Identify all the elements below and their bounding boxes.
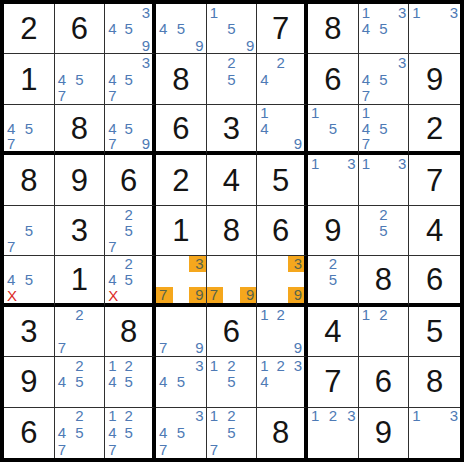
candidate-grid: 25	[308, 256, 358, 302]
cell-r7c6[interactable]: 129	[257, 307, 308, 357]
empty-candidate-slot	[240, 374, 257, 390]
empty-candidate-slot	[240, 424, 257, 441]
candidate-5[interactable]: 5	[173, 20, 190, 36]
candidate-7[interactable]: 7	[105, 441, 121, 458]
candidate-3[interactable]: 3	[189, 256, 206, 271]
empty-candidate-slot	[173, 357, 190, 373]
cell-r8c2[interactable]: 245	[55, 357, 106, 407]
candidate-1[interactable]: 1	[359, 307, 376, 323]
candidate-5[interactable]: 5	[121, 374, 137, 390]
candidate-7[interactable]: 7	[359, 136, 376, 151]
empty-candidate-slot	[105, 206, 121, 222]
solved-digit: 8	[20, 165, 37, 196]
candidate-1[interactable]: 1	[105, 357, 121, 373]
cell-r7c5[interactable]: 6	[207, 307, 258, 357]
candidate-7[interactable]: 7	[156, 287, 173, 302]
candidate-5[interactable]: 5	[121, 272, 137, 287]
candidate-1[interactable]: 1	[257, 307, 273, 323]
candidate-2[interactable]: 2	[325, 256, 342, 271]
empty-candidate-slot	[288, 374, 304, 390]
empty-candidate-slot	[156, 357, 173, 373]
candidate-4[interactable]: 4	[105, 374, 121, 390]
cell-r1c5[interactable]: 159	[207, 4, 258, 54]
empty-candidate-slot	[88, 323, 105, 339]
empty-candidate-slot	[308, 120, 325, 135]
candidate-4[interactable]: 4	[257, 71, 273, 87]
candidate-4[interactable]: 4	[105, 424, 121, 441]
candidate-1[interactable]: 1	[308, 155, 325, 171]
candidate-2[interactable]: 2	[223, 357, 240, 373]
cell-r1c9[interactable]: 13	[409, 4, 460, 54]
empty-candidate-slot	[426, 408, 443, 425]
empty-candidate-slot	[257, 87, 273, 103]
cell-r6c4[interactable]: 379	[156, 256, 207, 306]
empty-candidate-slot	[71, 390, 88, 406]
empty-candidate-slot	[223, 287, 240, 302]
candidate-9[interactable]: 9	[189, 287, 206, 302]
candidate-grid: 125	[207, 357, 257, 406]
candidate-3[interactable]: 3	[443, 408, 460, 425]
empty-candidate-slot	[136, 20, 152, 36]
cell-r1c2[interactable]: 6	[55, 4, 106, 54]
empty-candidate-slot	[4, 206, 21, 222]
candidate-7[interactable]: 7	[55, 441, 72, 458]
cell-r2c8[interactable]: 3457	[359, 54, 410, 104]
candidate-grid: 4579	[105, 105, 152, 151]
candidate-1[interactable]: 1	[359, 105, 376, 120]
cell-r9c5[interactable]: 1257	[207, 408, 258, 458]
empty-candidate-slot	[136, 256, 152, 271]
candidate-5[interactable]: 5	[173, 424, 190, 441]
candidate-7[interactable]: 7	[55, 340, 72, 356]
empty-candidate-slot	[207, 256, 224, 271]
cell-r8c6[interactable]: 1234	[257, 357, 308, 407]
candidate-5[interactable]: 5	[223, 71, 240, 87]
empty-candidate-slot	[207, 87, 224, 103]
cell-r7c3[interactable]: 8	[105, 307, 156, 357]
empty-candidate-slot	[207, 71, 224, 87]
candidate-4[interactable]: 4	[257, 120, 273, 135]
candidate-1[interactable]: 1	[257, 357, 273, 373]
cell-r4c7[interactable]: 13	[308, 155, 359, 205]
candidate-2[interactable]: 2	[223, 54, 240, 70]
candidate-7[interactable]: 7	[359, 87, 376, 103]
cell-r1c8[interactable]: 1345	[359, 4, 410, 54]
candidate-1[interactable]: 1	[308, 105, 325, 120]
empty-candidate-slot	[240, 357, 257, 373]
empty-candidate-slot	[136, 357, 152, 373]
cell-r6c2[interactable]: 1	[55, 256, 106, 306]
candidate-9[interactable]: 9	[136, 37, 152, 53]
candidate-2[interactable]: 2	[71, 307, 88, 323]
candidate-2[interactable]: 2	[71, 357, 88, 373]
candidate-3[interactable]: 3	[392, 155, 409, 171]
elimination-x-mark: X	[105, 287, 121, 302]
cell-r7c8[interactable]: 12	[359, 307, 410, 357]
cell-r8c7[interactable]: 7	[308, 357, 359, 407]
cell-r9c2[interactable]: 2457	[55, 408, 106, 458]
empty-candidate-slot	[173, 408, 190, 425]
cell-r7c9[interactable]: 5	[409, 307, 460, 357]
empty-candidate-slot	[273, 136, 289, 151]
cell-r1c3[interactable]: 3459	[105, 4, 156, 54]
cell-r9c4[interactable]: 3457	[156, 408, 207, 458]
candidate-2[interactable]: 2	[71, 408, 88, 425]
solved-digit: 3	[20, 316, 37, 347]
cell-r9c8[interactable]: 9	[359, 408, 410, 458]
cell-r4c1[interactable]: 8	[4, 155, 55, 205]
cell-r2c4[interactable]: 8	[156, 54, 207, 104]
cell-r4c5[interactable]: 4	[207, 155, 258, 205]
empty-candidate-slot	[37, 239, 54, 255]
candidate-3[interactable]: 3	[136, 4, 152, 20]
cell-r4c9[interactable]: 7	[409, 155, 460, 205]
candidate-3[interactable]: 3	[288, 357, 304, 373]
cell-r5c2[interactable]: 3	[55, 206, 106, 256]
cell-r1c6[interactable]: 7	[257, 4, 308, 54]
candidate-2[interactable]: 2	[273, 54, 289, 70]
candidate-4[interactable]: 4	[156, 374, 173, 390]
candidate-5[interactable]: 5	[223, 374, 240, 390]
cell-r5c8[interactable]: 25	[359, 206, 410, 256]
candidate-1[interactable]: 1	[409, 408, 426, 425]
candidate-grid: 159	[207, 4, 257, 53]
cell-r5c1[interactable]: 57	[4, 206, 55, 256]
cell-r1c4[interactable]: 459	[156, 4, 207, 54]
solved-digit: 1	[172, 215, 189, 246]
cell-r4c6[interactable]: 5	[257, 155, 308, 205]
candidate-5[interactable]: 5	[71, 71, 88, 87]
cell-r5c6[interactable]: 6	[257, 206, 308, 256]
candidate-7[interactable]: 7	[156, 340, 173, 356]
cell-r3c7[interactable]: 15	[308, 105, 359, 155]
empty-candidate-slot	[359, 54, 376, 70]
empty-candidate-slot	[37, 206, 54, 222]
candidate-4[interactable]: 4	[55, 374, 72, 390]
candidate-5[interactable]: 5	[121, 424, 137, 441]
empty-candidate-slot	[136, 408, 152, 425]
candidate-grid: 13	[409, 4, 460, 53]
empty-candidate-slot	[426, 37, 443, 53]
candidate-1[interactable]: 1	[359, 4, 376, 20]
solved-digit: 6	[426, 264, 443, 295]
candidate-7[interactable]: 7	[4, 136, 21, 151]
candidate-1[interactable]: 1	[207, 357, 224, 373]
candidate-5[interactable]: 5	[121, 120, 137, 135]
empty-candidate-slot	[392, 323, 409, 339]
candidate-3[interactable]: 3	[341, 408, 358, 425]
cell-r2c6[interactable]: 24	[257, 54, 308, 104]
cell-r4c3[interactable]: 6	[105, 155, 156, 205]
empty-candidate-slot	[37, 120, 54, 135]
candidate-4[interactable]: 4	[55, 424, 72, 441]
candidate-2[interactable]: 2	[325, 408, 342, 425]
empty-candidate-slot	[308, 136, 325, 151]
candidate-5[interactable]: 5	[121, 20, 137, 36]
empty-candidate-slot	[173, 340, 190, 356]
candidate-7[interactable]: 7	[156, 441, 173, 458]
empty-candidate-slot	[257, 54, 273, 70]
empty-candidate-slot	[4, 222, 21, 238]
solved-digit: 6	[71, 13, 88, 44]
candidate-1[interactable]: 1	[207, 408, 224, 425]
cell-r7c2[interactable]: 27	[55, 307, 106, 357]
candidate-4[interactable]: 4	[4, 272, 21, 287]
cell-r6c5[interactable]: 79	[207, 256, 258, 306]
empty-candidate-slot	[257, 323, 273, 339]
candidate-7[interactable]: 7	[55, 87, 72, 103]
empty-candidate-slot	[136, 441, 152, 458]
candidate-1[interactable]: 1	[409, 4, 426, 20]
cell-r6c7[interactable]: 25	[308, 256, 359, 306]
empty-candidate-slot	[4, 105, 21, 120]
candidate-3[interactable]: 3	[136, 54, 152, 70]
empty-candidate-slot	[207, 37, 224, 53]
empty-candidate-slot	[240, 20, 257, 36]
cell-r6c1[interactable]: 45X	[4, 256, 55, 306]
candidate-2[interactable]: 2	[375, 307, 392, 323]
cell-r6c6[interactable]: 39	[257, 256, 308, 306]
cell-r4c8[interactable]: 13	[359, 155, 410, 205]
cell-r2c3[interactable]: 3457	[105, 54, 156, 104]
candidate-1[interactable]: 1	[207, 4, 224, 20]
cell-r3c9[interactable]: 2	[409, 105, 460, 155]
empty-candidate-slot	[240, 87, 257, 103]
empty-candidate-slot	[136, 272, 152, 287]
cell-r4c4[interactable]: 2	[156, 155, 207, 205]
empty-candidate-slot	[409, 37, 426, 53]
candidate-5[interactable]: 5	[325, 272, 342, 287]
cell-r3c5[interactable]: 3	[207, 105, 258, 155]
empty-candidate-slot	[409, 20, 426, 36]
empty-candidate-slot	[341, 441, 358, 458]
candidate-2[interactable]: 2	[121, 206, 137, 222]
candidate-4[interactable]: 4	[105, 71, 121, 87]
sudoku-board: 2634594591597813451314573457825246345794…	[0, 0, 464, 462]
cell-r1c7[interactable]: 8	[308, 4, 359, 54]
empty-candidate-slot	[325, 287, 342, 302]
candidate-2[interactable]: 2	[121, 256, 137, 271]
candidate-3[interactable]: 3	[189, 408, 206, 425]
cell-r8c3[interactable]: 1245	[105, 357, 156, 407]
candidate-9[interactable]: 9	[288, 136, 304, 151]
candidate-5[interactable]: 5	[21, 272, 38, 287]
candidate-5[interactable]: 5	[173, 374, 190, 390]
candidate-4[interactable]: 4	[359, 71, 376, 87]
cell-r8c4[interactable]: 345	[156, 357, 207, 407]
cell-r2c5[interactable]: 25	[207, 54, 258, 104]
cell-r4c2[interactable]: 9	[55, 155, 106, 205]
candidate-1[interactable]: 1	[308, 408, 325, 425]
candidate-4[interactable]: 4	[105, 272, 121, 287]
candidate-5[interactable]: 5	[375, 71, 392, 87]
empty-candidate-slot	[136, 71, 152, 87]
empty-candidate-slot	[273, 374, 289, 390]
solved-digit: 8	[120, 316, 137, 347]
candidate-3[interactable]: 3	[341, 155, 358, 171]
candidate-5[interactable]: 5	[21, 120, 38, 135]
candidate-grid: 257	[105, 206, 152, 255]
empty-candidate-slot	[105, 222, 121, 238]
empty-candidate-slot	[392, 37, 409, 53]
cell-r3c1[interactable]: 457	[4, 105, 55, 155]
candidate-grid: 13	[359, 155, 409, 204]
candidate-9[interactable]: 9	[189, 37, 206, 53]
candidate-4[interactable]: 4	[257, 374, 273, 390]
cell-r5c9[interactable]: 4	[409, 206, 460, 256]
empty-candidate-slot	[105, 256, 121, 271]
cell-r9c7[interactable]: 123	[308, 408, 359, 458]
candidate-7[interactable]: 7	[105, 239, 121, 255]
candidate-2[interactable]: 2	[375, 206, 392, 222]
candidate-3[interactable]: 3	[189, 357, 206, 373]
cell-r9c3[interactable]: 12457	[105, 408, 156, 458]
empty-candidate-slot	[240, 272, 257, 287]
candidate-3[interactable]: 3	[288, 256, 304, 271]
empty-candidate-slot	[156, 37, 173, 53]
candidate-5[interactable]: 5	[375, 222, 392, 238]
candidate-4[interactable]: 4	[156, 424, 173, 441]
cell-r7c4[interactable]: 79	[156, 307, 207, 357]
cell-r5c7[interactable]: 9	[308, 206, 359, 256]
candidate-5[interactable]: 5	[223, 424, 240, 441]
empty-candidate-slot	[273, 105, 289, 120]
candidate-2[interactable]: 2	[273, 307, 289, 323]
empty-candidate-slot	[71, 340, 88, 356]
candidate-7[interactable]: 7	[105, 87, 121, 103]
cell-r2c9[interactable]: 9	[409, 54, 460, 104]
empty-candidate-slot	[156, 408, 173, 425]
candidate-4[interactable]: 4	[359, 20, 376, 36]
candidate-5[interactable]: 5	[375, 120, 392, 135]
cell-r8c8[interactable]: 6	[359, 357, 410, 407]
empty-candidate-slot	[392, 188, 409, 204]
empty-candidate-slot	[223, 87, 240, 103]
empty-candidate-slot	[21, 287, 38, 302]
empty-candidate-slot	[189, 272, 206, 287]
cell-r1c1[interactable]: 2	[4, 4, 55, 54]
candidate-7[interactable]: 7	[4, 239, 21, 255]
candidate-1[interactable]: 1	[105, 408, 121, 425]
cell-r5c4[interactable]: 1	[156, 206, 207, 256]
candidate-7[interactable]: 7	[207, 441, 224, 458]
candidate-7[interactable]: 7	[105, 136, 121, 151]
candidate-9[interactable]: 9	[288, 287, 304, 302]
candidate-2[interactable]: 2	[121, 357, 137, 373]
candidate-4[interactable]: 4	[105, 20, 121, 36]
elimination-x-mark: X	[4, 287, 21, 302]
candidate-3[interactable]: 3	[392, 54, 409, 70]
cell-r6c3[interactable]: 245X	[105, 256, 156, 306]
candidate-2[interactable]: 2	[223, 408, 240, 425]
candidate-5[interactable]: 5	[121, 222, 137, 238]
candidate-5[interactable]: 5	[121, 71, 137, 87]
empty-candidate-slot	[121, 239, 137, 255]
cell-r6c8[interactable]: 8	[359, 256, 410, 306]
empty-candidate-slot	[375, 239, 392, 255]
candidate-3[interactable]: 3	[443, 4, 460, 20]
candidate-4[interactable]: 4	[156, 20, 173, 36]
empty-candidate-slot	[392, 87, 409, 103]
candidate-4[interactable]: 4	[4, 120, 21, 135]
cell-r3c2[interactable]: 8	[55, 105, 106, 155]
empty-candidate-slot	[308, 424, 325, 441]
empty-candidate-slot	[426, 424, 443, 441]
cell-r2c2[interactable]: 457	[55, 54, 106, 104]
cell-r9c9[interactable]: 13	[409, 408, 460, 458]
empty-candidate-slot	[375, 172, 392, 188]
solved-digit: 1	[20, 64, 37, 95]
cell-r2c1[interactable]: 1	[4, 54, 55, 104]
candidate-grid: 1457	[359, 105, 409, 151]
candidate-9[interactable]: 9	[136, 136, 152, 151]
candidate-2[interactable]: 2	[121, 408, 137, 425]
cell-r8c1[interactable]: 9	[4, 357, 55, 407]
candidate-9[interactable]: 9	[189, 340, 206, 356]
candidate-9[interactable]: 9	[240, 287, 257, 302]
candidate-4[interactable]: 4	[55, 71, 72, 87]
cell-r8c5[interactable]: 125	[207, 357, 258, 407]
candidate-5[interactable]: 5	[325, 120, 342, 135]
candidate-2[interactable]: 2	[273, 357, 289, 373]
empty-candidate-slot	[426, 441, 443, 458]
cell-r3c8[interactable]: 1457	[359, 105, 410, 155]
cell-r6c9[interactable]: 6	[409, 256, 460, 306]
empty-candidate-slot	[55, 390, 72, 406]
candidate-9[interactable]: 9	[288, 340, 304, 356]
cell-r8c9[interactable]: 8	[409, 357, 460, 407]
candidate-grid: 25	[359, 206, 409, 255]
solved-digit: 8	[426, 366, 443, 397]
cell-r5c3[interactable]: 257	[105, 206, 156, 256]
cell-r3c6[interactable]: 149	[257, 105, 308, 155]
cell-r7c1[interactable]: 3	[4, 307, 55, 357]
candidate-7[interactable]: 7	[207, 287, 224, 302]
empty-candidate-slot	[375, 105, 392, 120]
empty-candidate-slot	[392, 206, 409, 222]
empty-candidate-slot	[273, 256, 289, 271]
cell-r3c3[interactable]: 4579	[105, 105, 156, 155]
cell-r9c1[interactable]: 6	[4, 408, 55, 458]
empty-candidate-slot	[375, 54, 392, 70]
empty-candidate-slot	[88, 340, 105, 356]
candidate-5[interactable]: 5	[71, 424, 88, 441]
candidate-grid: 79	[207, 256, 257, 302]
candidate-5[interactable]: 5	[21, 222, 38, 238]
candidate-1[interactable]: 1	[257, 105, 273, 120]
cell-r7c7[interactable]: 4	[308, 307, 359, 357]
cell-r9c6[interactable]: 8	[257, 408, 308, 458]
cell-r3c4[interactable]: 6	[156, 105, 207, 155]
cell-r5c5[interactable]: 8	[207, 206, 258, 256]
candidate-4[interactable]: 4	[105, 120, 121, 135]
candidate-3[interactable]: 3	[392, 4, 409, 20]
candidate-5[interactable]: 5	[375, 20, 392, 36]
cell-r2c7[interactable]: 6	[308, 54, 359, 104]
candidate-grid: 39	[257, 256, 304, 302]
candidate-grid: 13	[409, 408, 460, 458]
candidate-1[interactable]: 1	[359, 155, 376, 171]
empty-candidate-slot	[240, 441, 257, 458]
candidate-4[interactable]: 4	[359, 120, 376, 135]
candidate-grid: 13	[308, 155, 358, 204]
candidate-9[interactable]: 9	[240, 37, 257, 53]
candidate-grid: 123	[308, 408, 358, 458]
candidate-5[interactable]: 5	[71, 374, 88, 390]
solved-digit: 9	[324, 215, 341, 246]
empty-candidate-slot	[341, 105, 358, 120]
candidate-5[interactable]: 5	[223, 20, 240, 36]
